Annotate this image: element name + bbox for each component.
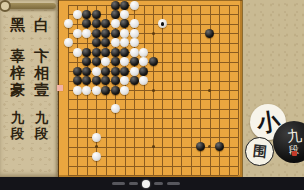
black-stone	[101, 19, 110, 28]
black-stone	[92, 19, 101, 28]
black-stone	[111, 29, 120, 38]
white-stone	[64, 38, 73, 47]
black-stone	[82, 19, 91, 28]
white-stone	[73, 86, 82, 95]
black-stone	[130, 57, 139, 66]
white-stone	[130, 48, 139, 57]
black-stone	[92, 38, 101, 47]
black-stone	[82, 48, 91, 57]
black-stone	[111, 86, 120, 95]
white-stone	[111, 19, 120, 28]
black-stone	[111, 67, 120, 76]
black-stone	[92, 48, 101, 57]
white-stone	[139, 48, 148, 57]
pink-square-marker	[57, 85, 63, 91]
black-stone	[101, 38, 110, 47]
playback-knob[interactable]	[142, 180, 150, 188]
white-stone	[139, 57, 148, 66]
logo-black-stone-char-top: 九	[286, 128, 302, 144]
black-stone	[101, 76, 110, 85]
white-side-label: 白	[34, 16, 49, 35]
white-player-rank: 九段	[34, 110, 50, 141]
white-stone	[92, 133, 101, 142]
white-stone	[120, 10, 129, 19]
white-stone	[73, 48, 82, 57]
black-stone	[101, 67, 110, 76]
white-stone	[130, 67, 139, 76]
black-stone	[111, 76, 120, 85]
playback-label-right2[interactable]	[167, 182, 180, 185]
black-stone	[149, 57, 158, 66]
black-stone	[82, 57, 91, 66]
black-stone	[130, 76, 139, 85]
player-scroll-panel: 黑 辜梓豪 九段 白 卞相壹 九段	[0, 0, 58, 177]
playback-label-right[interactable]	[154, 182, 163, 185]
scroll-roller-bar	[4, 3, 56, 9]
board-grid	[59, 0, 242, 177]
star-point	[152, 89, 155, 92]
white-stone	[120, 86, 129, 95]
star-point	[152, 145, 155, 148]
white-stone	[120, 38, 129, 47]
black-stone	[92, 29, 101, 38]
go-board[interactable]	[58, 0, 242, 177]
white-player-name: 卞相壹	[33, 48, 50, 98]
black-stone	[82, 10, 91, 19]
black-stone	[73, 76, 82, 85]
black-stone	[139, 67, 148, 76]
black-stone	[205, 29, 214, 38]
black-stone	[73, 67, 82, 76]
black-stone	[120, 48, 129, 57]
logo-ring-stone-char: 围	[252, 142, 268, 161]
white-stone	[111, 104, 120, 113]
black-stone	[92, 10, 101, 19]
star-point	[95, 145, 98, 148]
white-stone	[92, 152, 101, 161]
logo-red-seal-dot	[292, 151, 297, 156]
white-stone	[130, 19, 139, 28]
star-point	[208, 145, 211, 148]
black-stone	[101, 86, 110, 95]
black-stone	[196, 142, 205, 151]
star-point	[152, 32, 155, 35]
white-stone	[120, 76, 129, 85]
white-stone	[92, 86, 101, 95]
black-stone	[120, 19, 129, 28]
white-stone	[64, 19, 73, 28]
white-stone	[139, 76, 148, 85]
black-stone	[120, 67, 129, 76]
black-stone	[82, 67, 91, 76]
right-background-strip: 小 九 段 围	[242, 0, 304, 177]
black-side-label: 黑	[10, 16, 25, 35]
black-stone	[82, 76, 91, 85]
black-stone	[101, 48, 110, 57]
black-player-column: 黑 辜梓豪 九段	[9, 16, 26, 171]
scroll-roller-knob	[0, 0, 11, 12]
playback-label-left[interactable]	[112, 182, 125, 185]
white-stone-last-move	[158, 19, 167, 28]
black-stone	[215, 142, 224, 151]
playback-label-left2[interactable]	[129, 182, 138, 185]
black-stone	[120, 1, 129, 10]
black-stone	[101, 29, 110, 38]
black-player-name: 辜梓豪	[9, 48, 26, 98]
logo-black-stone: 九 段	[273, 121, 304, 163]
white-stone	[130, 29, 139, 38]
logo-ring-stone: 围	[245, 137, 274, 166]
white-stone	[111, 38, 120, 47]
white-stone	[82, 86, 91, 95]
star-point	[208, 89, 211, 92]
black-player-rank: 九段	[10, 110, 26, 141]
black-stone	[92, 76, 101, 85]
white-stone	[120, 29, 129, 38]
white-stone	[130, 1, 139, 10]
white-stone	[73, 10, 82, 19]
black-stone	[111, 57, 120, 66]
white-stone	[82, 29, 91, 38]
black-stone	[111, 10, 120, 19]
white-stone	[130, 38, 139, 47]
black-stone	[111, 1, 120, 10]
black-stone	[111, 48, 120, 57]
white-stone	[73, 29, 82, 38]
white-stone	[92, 67, 101, 76]
white-player-column: 白 卞相壹 九段	[33, 16, 50, 171]
white-stone	[101, 57, 110, 66]
black-stone	[92, 57, 101, 66]
playback-bar[interactable]	[0, 177, 304, 190]
playback-controls	[112, 180, 180, 188]
white-stone	[120, 57, 129, 66]
